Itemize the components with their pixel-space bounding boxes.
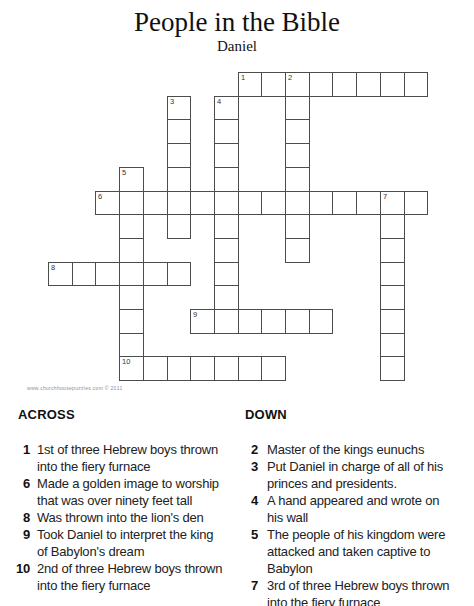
clue-item: 5The people of his kingdom were attacked… <box>240 526 474 577</box>
cell-number: 5 <box>122 168 126 177</box>
grid-cell[interactable]: 7 <box>380 191 405 215</box>
grid-cell[interactable] <box>167 356 191 381</box>
clue-item: 4A hand appeared and wrote on his wall <box>240 492 474 526</box>
clue-text: Took Daniel to interpret the king of Bab… <box>37 526 213 560</box>
cell-number: 4 <box>217 97 221 106</box>
clue-item: 8Was thrown into the lion's den <box>8 509 236 526</box>
clue-item: 73rd of three Hebrew boys thrown into th… <box>240 577 474 606</box>
grid-cell[interactable] <box>380 214 405 239</box>
clue-item: 3Put Daniel in charge of all of his prin… <box>240 458 474 492</box>
grid-cell[interactable] <box>119 214 144 239</box>
cell-number: 8 <box>51 263 55 272</box>
grid-cell[interactable] <box>380 262 405 286</box>
cell-number: 1 <box>241 73 245 82</box>
grid-cell[interactable] <box>285 119 310 144</box>
grid-cell[interactable] <box>167 214 191 239</box>
clue-number: 1 <box>8 441 37 475</box>
grid-cell[interactable] <box>309 72 333 97</box>
clue-number: 9 <box>8 526 37 560</box>
clue-text: 2nd of three Hebrew boys thrown into the… <box>37 560 222 594</box>
grid-cell[interactable]: 3 <box>167 96 191 120</box>
clue-item: 9Took Daniel to interpret the king of Ba… <box>8 526 236 560</box>
grid-cell[interactable]: 6 <box>95 191 120 215</box>
grid-cell[interactable] <box>214 309 239 334</box>
grid-cell[interactable] <box>214 214 239 239</box>
grid-cell[interactable] <box>119 262 144 286</box>
clue-text: The people of his kingdom were attacked … <box>267 526 445 577</box>
cell-number: 3 <box>170 97 174 106</box>
clue-text: A hand appeared and wrote on his wall <box>267 492 439 526</box>
grid-cell[interactable] <box>285 214 310 239</box>
grid-cell[interactable] <box>261 309 286 334</box>
grid-cell[interactable] <box>214 143 239 168</box>
grid-cell[interactable]: 1 <box>238 72 262 97</box>
clue-number: 5 <box>240 526 267 577</box>
clue-text: Was thrown into the lion's den <box>37 509 204 526</box>
grid-cell[interactable] <box>119 238 144 263</box>
grid-cell[interactable]: 4 <box>214 96 239 120</box>
cell-number: 7 <box>383 192 387 201</box>
grid-cell[interactable] <box>356 191 381 215</box>
grid-cell[interactable] <box>285 238 310 263</box>
grid-cell[interactable] <box>380 238 405 263</box>
grid-cell[interactable] <box>238 309 262 334</box>
grid-cell[interactable] <box>190 191 215 215</box>
grid-cell[interactable] <box>261 72 286 97</box>
clue-number: 3 <box>240 458 267 492</box>
grid-cell[interactable] <box>285 143 310 168</box>
crossword-grid: 12345678910 <box>48 72 429 381</box>
grid-cell[interactable] <box>167 167 191 192</box>
grid-cell[interactable] <box>285 191 310 215</box>
grid-cell[interactable] <box>261 191 286 215</box>
clue-number: 4 <box>240 492 267 526</box>
cell-number: 2 <box>288 73 292 82</box>
grid-cell[interactable] <box>214 191 239 215</box>
clue-item: 6Made a golden image to worship that was… <box>8 475 236 509</box>
grid-cell[interactable] <box>380 72 405 97</box>
clue-item: 2Master of the kings eunuchs <box>240 441 474 458</box>
grid-cell[interactable] <box>332 72 357 97</box>
grid-cell[interactable] <box>285 309 310 334</box>
clue-text: Put Daniel in charge of all of his princ… <box>267 458 443 492</box>
cell-number: 10 <box>122 357 130 366</box>
across-clue-list: 11st of three Hebrew boys thrown into th… <box>8 441 236 594</box>
clue-number: 6 <box>8 475 37 509</box>
clue-number: 8 <box>8 509 37 526</box>
grid-cell[interactable] <box>119 285 144 310</box>
grid-cell[interactable] <box>214 119 239 144</box>
grid-cell[interactable] <box>285 167 310 192</box>
grid-cell[interactable] <box>238 191 262 215</box>
grid-cell[interactable] <box>285 96 310 120</box>
grid-cell[interactable] <box>167 143 191 168</box>
grid-cell[interactable] <box>380 333 405 357</box>
grid-cell[interactable] <box>167 262 191 286</box>
clue-text: 3rd of three Hebrew boys thrown into the… <box>267 577 449 606</box>
grid-cell[interactable] <box>404 72 428 97</box>
grid-cell[interactable] <box>72 262 96 286</box>
clue-item: 11st of three Hebrew boys thrown into th… <box>8 441 236 475</box>
clue-number: 10 <box>8 560 37 594</box>
grid-cell[interactable] <box>261 356 286 381</box>
puzzle-title: People in the Bible <box>0 9 474 36</box>
across-header: ACROSS <box>18 407 75 422</box>
grid-cell[interactable] <box>119 309 144 334</box>
clue-text: Master of the kings eunuchs <box>267 441 424 458</box>
grid-cell[interactable] <box>214 238 239 263</box>
grid-cell[interactable] <box>332 191 357 215</box>
cell-number: 6 <box>98 192 102 201</box>
grid-cell[interactable] <box>404 191 428 215</box>
puzzle-page: People in the Bible Daniel 12345678910 w… <box>0 0 474 606</box>
down-header: DOWN <box>245 407 287 422</box>
grid-cell[interactable]: 9 <box>190 309 215 334</box>
grid-cell[interactable] <box>143 356 168 381</box>
grid-cell[interactable] <box>143 191 168 215</box>
grid-cell[interactable]: 8 <box>48 262 73 286</box>
grid-cell[interactable]: 2 <box>285 72 310 97</box>
grid-cell[interactable] <box>95 262 120 286</box>
grid-cell[interactable] <box>119 333 144 357</box>
grid-cell[interactable] <box>214 167 239 192</box>
clue-number: 7 <box>240 577 267 606</box>
grid-cell[interactable] <box>380 309 405 334</box>
grid-cell[interactable] <box>356 72 381 97</box>
grid-cell[interactable] <box>190 356 215 381</box>
grid-cell[interactable]: 10 <box>119 356 144 381</box>
grid-cell[interactable] <box>214 356 239 381</box>
grid-cell[interactable] <box>119 191 144 215</box>
cell-number: 9 <box>193 310 197 319</box>
copyright-line: www.churchhousepuzzles.com © 2011 <box>27 385 122 392</box>
grid-cell[interactable] <box>238 356 262 381</box>
grid-cell[interactable] <box>309 191 333 215</box>
clue-number: 2 <box>240 441 267 458</box>
grid-cell[interactable] <box>143 262 168 286</box>
clue-text: Made a golden image to worship that was … <box>37 475 219 509</box>
grid-cell[interactable] <box>214 262 239 286</box>
grid-cell[interactable] <box>167 119 191 144</box>
grid-cell[interactable] <box>380 285 405 310</box>
puzzle-subtitle: Daniel <box>0 38 474 54</box>
clue-text: 1st of three Hebrew boys thrown into the… <box>37 441 218 475</box>
down-clue-list: 2Master of the kings eunuchs3Put Daniel … <box>240 441 474 606</box>
grid-cell[interactable] <box>167 191 191 215</box>
grid-cell[interactable] <box>309 309 333 334</box>
grid-cell[interactable] <box>214 285 239 310</box>
clue-item: 102nd of three Hebrew boys thrown into t… <box>8 560 236 594</box>
grid-cell[interactable] <box>380 356 405 381</box>
grid-cell[interactable]: 5 <box>119 167 144 192</box>
